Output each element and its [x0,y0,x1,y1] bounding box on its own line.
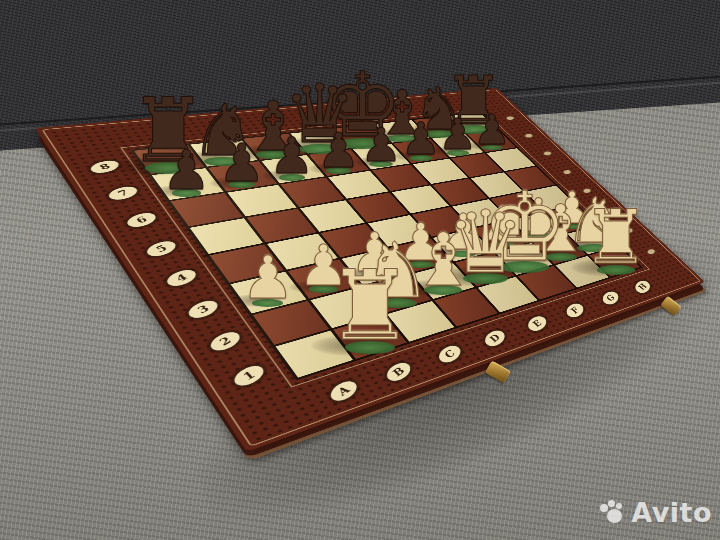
photo-stage: 12345678ABCDEFGH ♜♞♝♚♟♛♟♝♟♞♟♜♟♟♟♟♟♟♟♞♟♝♟… [0,0,720,540]
avito-paw-icon [600,500,626,526]
avito-watermark: Avito [600,497,712,528]
watermark-text: Avito [631,497,712,528]
